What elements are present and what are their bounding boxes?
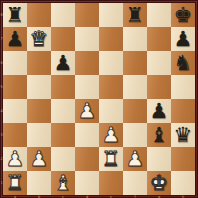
square-f3[interactable]	[123, 123, 147, 147]
piece-white-king: ♚	[150, 171, 169, 195]
square-h6[interactable]: ♞	[171, 51, 195, 75]
file-coordinates: abcdefgh	[3, 195, 195, 198]
square-a5[interactable]	[3, 75, 27, 99]
square-f7[interactable]	[123, 27, 147, 51]
square-h8[interactable]: ♚	[171, 3, 195, 27]
square-c6[interactable]: ♟	[51, 51, 75, 75]
square-c5[interactable]	[51, 75, 75, 99]
rank-label-1: 1	[1, 178, 2, 188]
square-d2[interactable]	[75, 147, 99, 171]
rank-label-8: 8	[1, 10, 2, 20]
square-h5[interactable]	[171, 75, 195, 99]
file-label-g: g	[154, 196, 164, 197]
square-b6[interactable]	[27, 51, 51, 75]
chess-board: ♜♜♚♟♛♟♟♞♟♟♟♝♛♟♟♜♟♜♝♚ 87654321 abcdefgh	[0, 0, 198, 198]
rank-label-7: 7	[1, 34, 2, 44]
square-b1[interactable]	[27, 171, 51, 195]
piece-white-pawn: ♟	[126, 147, 145, 171]
square-e2[interactable]: ♜	[99, 147, 123, 171]
file-label-f: f	[130, 196, 140, 197]
piece-white-pawn: ♟	[102, 123, 121, 147]
square-b3[interactable]	[27, 123, 51, 147]
square-d4[interactable]: ♟	[75, 99, 99, 123]
square-f6[interactable]	[123, 51, 147, 75]
square-h7[interactable]: ♟	[171, 27, 195, 51]
piece-white-bishop: ♝	[54, 171, 73, 195]
piece-black-king: ♚	[174, 3, 193, 27]
square-a3[interactable]	[3, 123, 27, 147]
square-h2[interactable]	[171, 147, 195, 171]
rank-label-4: 4	[1, 106, 2, 116]
piece-white-rook: ♜	[6, 171, 25, 195]
square-g1[interactable]: ♚	[147, 171, 171, 195]
square-b7[interactable]: ♛	[27, 27, 51, 51]
square-h3[interactable]: ♛	[171, 123, 195, 147]
square-f4[interactable]	[123, 99, 147, 123]
square-a4[interactable]	[3, 99, 27, 123]
square-e4[interactable]	[99, 99, 123, 123]
square-g7[interactable]	[147, 27, 171, 51]
piece-white-pawn: ♟	[78, 99, 97, 123]
rank-coordinates: 87654321	[0, 3, 3, 195]
square-g4[interactable]: ♟	[147, 99, 171, 123]
rank-label-2: 2	[1, 154, 2, 164]
piece-black-pawn: ♟	[150, 99, 169, 123]
square-f2[interactable]: ♟	[123, 147, 147, 171]
board-grid: ♜♜♚♟♛♟♟♞♟♟♟♝♛♟♟♜♟♜♝♚	[3, 3, 195, 195]
square-c1[interactable]: ♝	[51, 171, 75, 195]
square-g2[interactable]	[147, 147, 171, 171]
rank-label-6: 6	[1, 58, 2, 68]
file-label-a: a	[10, 196, 20, 197]
square-h4[interactable]	[171, 99, 195, 123]
square-e8[interactable]	[99, 3, 123, 27]
square-c8[interactable]	[51, 3, 75, 27]
piece-white-pawn: ♟	[30, 147, 49, 171]
square-f1[interactable]	[123, 171, 147, 195]
square-a8[interactable]: ♜	[3, 3, 27, 27]
square-h1[interactable]	[171, 171, 195, 195]
piece-white-pawn: ♟	[6, 147, 25, 171]
square-c3[interactable]	[51, 123, 75, 147]
square-g5[interactable]	[147, 75, 171, 99]
square-a7[interactable]: ♟	[3, 27, 27, 51]
file-label-b: b	[34, 196, 44, 197]
piece-black-pawn: ♟	[6, 27, 25, 51]
square-b8[interactable]	[27, 3, 51, 27]
square-a2[interactable]: ♟	[3, 147, 27, 171]
square-f5[interactable]	[123, 75, 147, 99]
square-e3[interactable]: ♟	[99, 123, 123, 147]
square-e6[interactable]	[99, 51, 123, 75]
piece-black-pawn: ♟	[54, 51, 73, 75]
square-c4[interactable]	[51, 99, 75, 123]
square-e7[interactable]	[99, 27, 123, 51]
file-label-h: h	[178, 196, 188, 197]
square-d8[interactable]	[75, 3, 99, 27]
square-b5[interactable]	[27, 75, 51, 99]
piece-black-pawn: ♟	[174, 27, 193, 51]
piece-black-rook: ♜	[126, 3, 145, 27]
piece-black-queen: ♛	[174, 123, 193, 147]
square-b2[interactable]: ♟	[27, 147, 51, 171]
file-label-c: c	[58, 196, 68, 197]
square-d6[interactable]	[75, 51, 99, 75]
square-g8[interactable]	[147, 3, 171, 27]
rank-label-3: 3	[1, 130, 2, 140]
square-c2[interactable]	[51, 147, 75, 171]
square-c7[interactable]	[51, 27, 75, 51]
square-a1[interactable]: ♜	[3, 171, 27, 195]
square-d5[interactable]	[75, 75, 99, 99]
square-f8[interactable]: ♜	[123, 3, 147, 27]
square-d1[interactable]	[75, 171, 99, 195]
rank-label-5: 5	[1, 82, 2, 92]
file-label-e: e	[106, 196, 116, 197]
square-e5[interactable]	[99, 75, 123, 99]
piece-black-knight: ♞	[174, 51, 193, 75]
square-b4[interactable]	[27, 99, 51, 123]
file-label-d: d	[82, 196, 92, 197]
square-d7[interactable]	[75, 27, 99, 51]
square-a6[interactable]	[3, 51, 27, 75]
piece-white-queen: ♛	[30, 27, 49, 51]
square-g6[interactable]	[147, 51, 171, 75]
piece-white-rook: ♜	[102, 147, 121, 171]
square-g3[interactable]: ♝	[147, 123, 171, 147]
piece-black-rook: ♜	[6, 3, 25, 27]
square-e1[interactable]	[99, 171, 123, 195]
piece-black-bishop: ♝	[150, 123, 169, 147]
square-d3[interactable]	[75, 123, 99, 147]
